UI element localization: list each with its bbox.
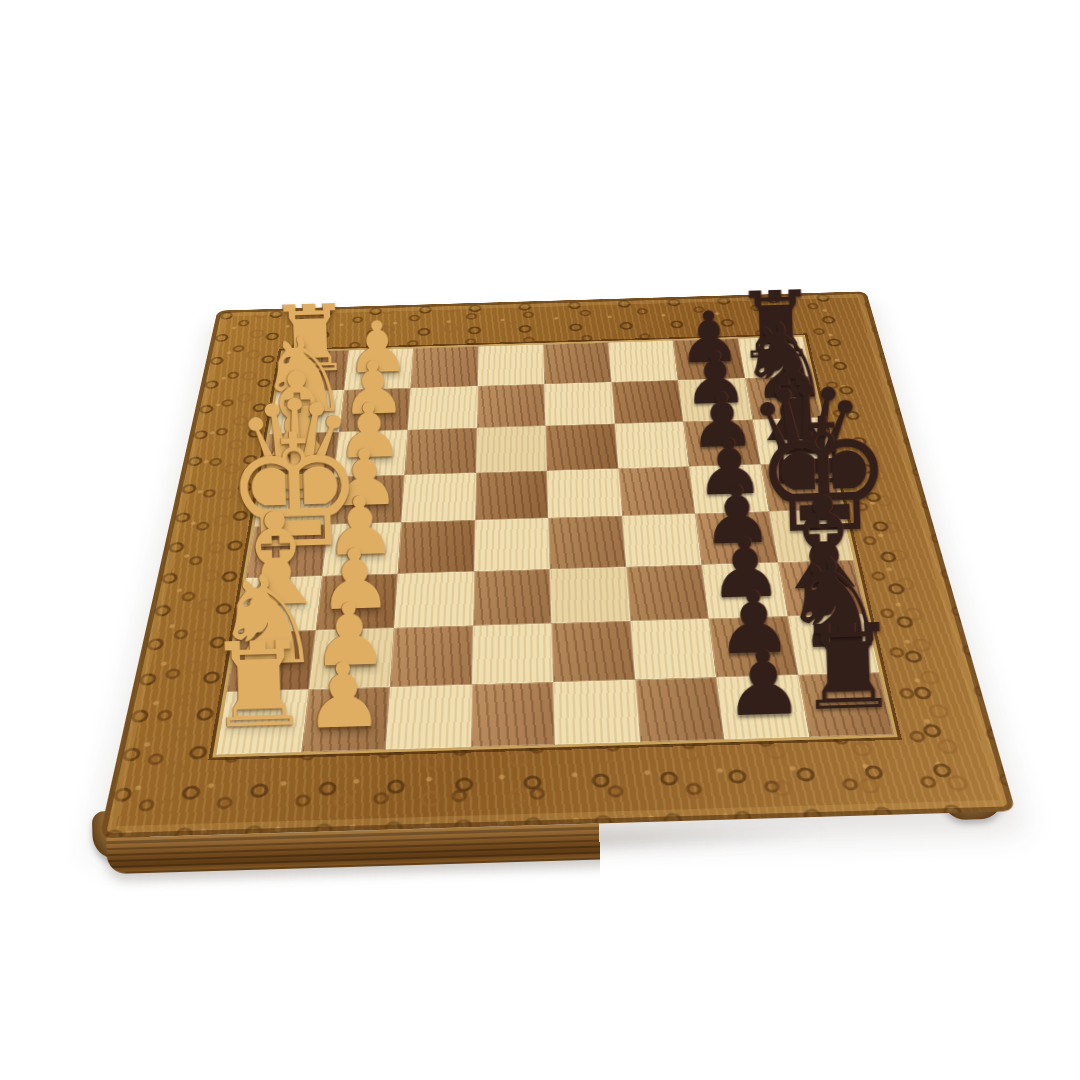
square-g4[interactable] [471,623,553,684]
square-d5[interactable] [547,468,622,518]
square-f5[interactable] [550,567,630,624]
square-h5[interactable] [553,679,640,744]
square-b5[interactable] [544,382,614,426]
square-c5[interactable] [545,424,617,471]
square-b4[interactable] [477,384,546,428]
square-c4[interactable] [476,426,547,473]
board-front-edge [106,811,1009,874]
square-e4[interactable] [474,518,550,571]
piece-black-pawn[interactable]: ♟ [697,639,829,728]
chess-board: ♜♟♟♜♞♟♟♞♝♟♟♝♛♟♟♛♚♟♟♚♝♟♟♝♞♟♟♞♜♟♟♜ [99,291,1016,838]
scene-rotation: ♜♟♟♜♞♟♟♞♝♟♟♝♛♟♟♛♚♟♟♚♝♟♟♝♞♟♟♞♜♟♟♜ [0,0,1080,1080]
photo-canvas: ♜♟♟♜♞♟♟♞♝♟♟♝♛♟♟♛♚♟♟♚♝♟♟♝♞♟♟♞♜♟♟♜ [0,0,1080,1080]
square-g5[interactable] [551,621,634,682]
square-f4[interactable] [473,569,552,626]
squares-grid: ♜♟♟♜♞♟♟♞♝♟♟♝♛♟♟♛♚♟♟♚♝♟♟♝♞♟♟♞♜♟♟♜ [216,337,893,755]
square-h4[interactable] [470,682,555,747]
square-a4[interactable] [477,344,544,385]
square-d4[interactable] [475,470,548,520]
piece-white-pawn[interactable]: ♟ [277,652,409,741]
square-a5[interactable] [543,342,611,383]
perspective-scene: ♜♟♟♜♞♟♟♞♝♟♟♝♛♟♟♛♚♟♟♚♝♟♟♝♞♟♟♞♜♟♟♜ [0,0,1080,1080]
square-e5[interactable] [548,516,625,569]
square-h7[interactable]: ♟ [716,674,809,739]
square-h2[interactable]: ♟ [301,687,390,753]
